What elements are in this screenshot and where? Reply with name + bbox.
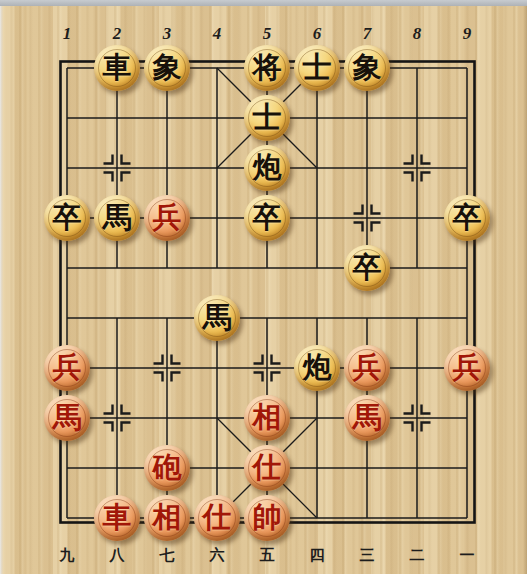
piece-black-cannon[interactable]: 炮 [244, 145, 290, 191]
piece-glyph: 士 [253, 103, 282, 132]
file-label-bottom-4: 六 [210, 546, 225, 565]
piece-red-elephant[interactable]: 相 [144, 495, 190, 541]
file-label-bottom-1: 九 [60, 546, 75, 565]
piece-black-soldier[interactable]: 卒 [344, 245, 390, 291]
file-label-bottom-7: 三 [360, 546, 375, 565]
piece-black-advisor[interactable]: 士 [294, 45, 340, 91]
piece-glyph: 車 [103, 503, 132, 532]
file-label-bottom-9: 一 [460, 546, 475, 565]
piece-glyph: 馬 [203, 303, 232, 332]
piece-black-soldier[interactable]: 卒 [44, 195, 90, 241]
piece-glyph: 仕 [203, 503, 232, 532]
piece-red-horse[interactable]: 馬 [44, 395, 90, 441]
piece-glyph: 車 [103, 53, 132, 82]
piece-black-soldier[interactable]: 卒 [244, 195, 290, 241]
file-label-top-7: 7 [363, 24, 372, 44]
piece-red-horse[interactable]: 馬 [344, 395, 390, 441]
file-label-bottom-6: 四 [310, 546, 325, 565]
file-label-top-8: 8 [413, 24, 422, 44]
piece-red-soldier[interactable]: 兵 [444, 345, 490, 391]
piece-glyph: 卒 [353, 253, 382, 282]
piece-red-soldier[interactable]: 兵 [344, 345, 390, 391]
piece-glyph: 帥 [253, 503, 282, 532]
piece-black-elephant[interactable]: 象 [344, 45, 390, 91]
piece-black-general[interactable]: 将 [244, 45, 290, 91]
file-label-top-1: 1 [63, 24, 72, 44]
piece-glyph: 兵 [153, 203, 182, 232]
piece-black-soldier[interactable]: 卒 [444, 195, 490, 241]
piece-glyph: 象 [153, 53, 182, 82]
piece-glyph: 炮 [303, 353, 332, 382]
piece-glyph: 仕 [253, 453, 282, 482]
piece-glyph: 卒 [53, 203, 82, 232]
xiangqi-board-window: 123456789 九八七六五四三二一 車象将士象士炮卒馬兵卒卒卒馬兵炮兵兵馬相… [0, 0, 527, 574]
file-label-bottom-8: 二 [410, 546, 425, 565]
piece-glyph: 卒 [253, 203, 282, 232]
piece-black-horse[interactable]: 馬 [194, 295, 240, 341]
piece-glyph: 士 [303, 53, 332, 82]
piece-glyph: 兵 [353, 353, 382, 382]
piece-black-elephant[interactable]: 象 [144, 45, 190, 91]
piece-red-cannon[interactable]: 砲 [144, 445, 190, 491]
piece-red-chariot[interactable]: 車 [94, 495, 140, 541]
file-label-top-2: 2 [113, 24, 122, 44]
piece-glyph: 炮 [253, 153, 282, 182]
piece-glyph: 相 [253, 403, 282, 432]
file-label-bottom-5: 五 [260, 546, 275, 565]
piece-red-advisor[interactable]: 仕 [194, 495, 240, 541]
piece-glyph: 馬 [53, 403, 82, 432]
file-label-top-6: 6 [313, 24, 322, 44]
piece-glyph: 将 [253, 53, 282, 82]
piece-red-soldier[interactable]: 兵 [144, 195, 190, 241]
piece-red-elephant[interactable]: 相 [244, 395, 290, 441]
piece-red-advisor[interactable]: 仕 [244, 445, 290, 491]
piece-glyph: 馬 [103, 203, 132, 232]
piece-glyph: 卒 [453, 203, 482, 232]
file-label-top-4: 4 [213, 24, 222, 44]
piece-red-general[interactable]: 帥 [244, 495, 290, 541]
file-label-top-5: 5 [263, 24, 272, 44]
piece-glyph: 兵 [53, 353, 82, 382]
file-label-bottom-3: 七 [160, 546, 175, 565]
piece-black-horse[interactable]: 馬 [94, 195, 140, 241]
piece-red-soldier[interactable]: 兵 [44, 345, 90, 391]
piece-glyph: 馬 [353, 403, 382, 432]
piece-black-chariot[interactable]: 車 [94, 45, 140, 91]
piece-glyph: 兵 [453, 353, 482, 382]
file-label-top-9: 9 [463, 24, 472, 44]
file-label-top-3: 3 [163, 24, 172, 44]
file-label-bottom-2: 八 [110, 546, 125, 565]
piece-black-cannon[interactable]: 炮 [294, 345, 340, 391]
piece-glyph: 砲 [153, 453, 182, 482]
piece-black-advisor[interactable]: 士 [244, 95, 290, 141]
piece-glyph: 象 [353, 53, 382, 82]
piece-glyph: 相 [153, 503, 182, 532]
